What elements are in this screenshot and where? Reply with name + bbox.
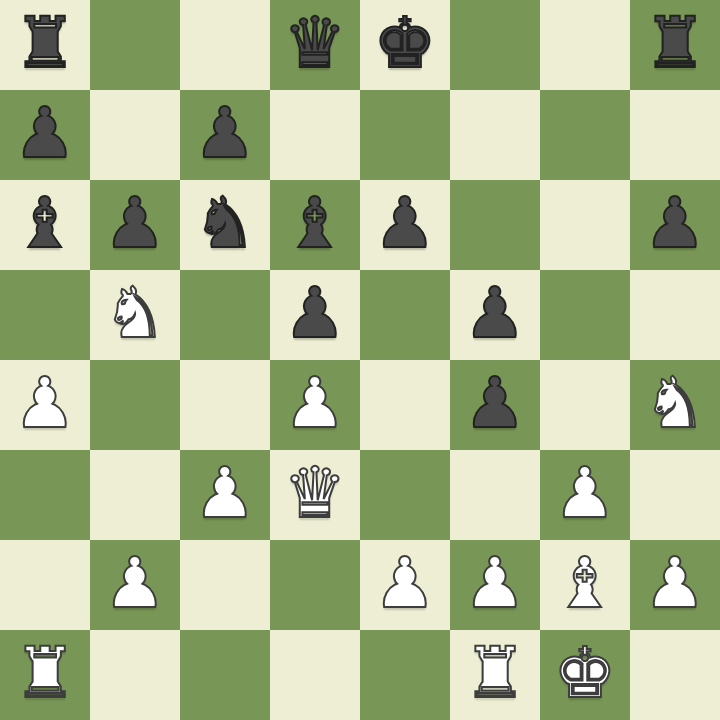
black-pawn-piece[interactable]: ♟ bbox=[374, 178, 437, 268]
square-a6[interactable]: ♝ bbox=[0, 180, 90, 270]
square-b8[interactable] bbox=[90, 0, 180, 90]
square-b2[interactable]: ♟ bbox=[90, 540, 180, 630]
black-rook-piece[interactable]: ♜ bbox=[14, 0, 77, 88]
square-e4[interactable] bbox=[360, 360, 450, 450]
square-e7[interactable] bbox=[360, 90, 450, 180]
white-rook-piece[interactable]: ♜ bbox=[14, 628, 77, 718]
square-g3[interactable]: ♟ bbox=[540, 450, 630, 540]
square-a3[interactable] bbox=[0, 450, 90, 540]
square-a7[interactable]: ♟ bbox=[0, 90, 90, 180]
white-pawn-piece[interactable]: ♟ bbox=[644, 538, 707, 628]
square-h6[interactable]: ♟ bbox=[630, 180, 720, 270]
square-a8[interactable]: ♜ bbox=[0, 0, 90, 90]
square-d6[interactable]: ♝ bbox=[270, 180, 360, 270]
square-c3[interactable]: ♟ bbox=[180, 450, 270, 540]
black-king-piece[interactable]: ♚ bbox=[374, 0, 437, 88]
square-b5[interactable]: ♞ bbox=[90, 270, 180, 360]
square-a4[interactable]: ♟ bbox=[0, 360, 90, 450]
chess-board[interactable]: ♜♛♚♜♟♟♝♟♞♝♟♟♞♟♟♟♟♟♞♟♛♟♟♟♟♝♟♜♜♚ bbox=[0, 0, 720, 720]
white-knight-piece[interactable]: ♞ bbox=[644, 358, 707, 448]
black-pawn-piece[interactable]: ♟ bbox=[464, 268, 527, 358]
square-b7[interactable] bbox=[90, 90, 180, 180]
square-c4[interactable] bbox=[180, 360, 270, 450]
square-d7[interactable] bbox=[270, 90, 360, 180]
black-pawn-piece[interactable]: ♟ bbox=[194, 88, 257, 178]
white-bishop-piece[interactable]: ♝ bbox=[554, 538, 617, 628]
square-e5[interactable] bbox=[360, 270, 450, 360]
square-b1[interactable] bbox=[90, 630, 180, 720]
white-queen-piece[interactable]: ♛ bbox=[284, 448, 347, 538]
square-d2[interactable] bbox=[270, 540, 360, 630]
square-f5[interactable]: ♟ bbox=[450, 270, 540, 360]
square-g6[interactable] bbox=[540, 180, 630, 270]
square-g5[interactable] bbox=[540, 270, 630, 360]
white-pawn-piece[interactable]: ♟ bbox=[464, 538, 527, 628]
white-pawn-piece[interactable]: ♟ bbox=[194, 448, 257, 538]
black-pawn-piece[interactable]: ♟ bbox=[284, 268, 347, 358]
square-h8[interactable]: ♜ bbox=[630, 0, 720, 90]
square-c1[interactable] bbox=[180, 630, 270, 720]
black-pawn-piece[interactable]: ♟ bbox=[14, 88, 77, 178]
square-g7[interactable] bbox=[540, 90, 630, 180]
black-pawn-piece[interactable]: ♟ bbox=[104, 178, 167, 268]
square-e1[interactable] bbox=[360, 630, 450, 720]
square-h3[interactable] bbox=[630, 450, 720, 540]
black-pawn-piece[interactable]: ♟ bbox=[644, 178, 707, 268]
square-d4[interactable]: ♟ bbox=[270, 360, 360, 450]
square-f3[interactable] bbox=[450, 450, 540, 540]
square-d8[interactable]: ♛ bbox=[270, 0, 360, 90]
square-e3[interactable] bbox=[360, 450, 450, 540]
white-pawn-piece[interactable]: ♟ bbox=[374, 538, 437, 628]
white-king-piece[interactable]: ♚ bbox=[554, 628, 617, 718]
square-g1[interactable]: ♚ bbox=[540, 630, 630, 720]
square-a2[interactable] bbox=[0, 540, 90, 630]
white-pawn-piece[interactable]: ♟ bbox=[14, 358, 77, 448]
black-queen-piece[interactable]: ♛ bbox=[284, 0, 347, 88]
square-f4[interactable]: ♟ bbox=[450, 360, 540, 450]
square-d1[interactable] bbox=[270, 630, 360, 720]
square-a1[interactable]: ♜ bbox=[0, 630, 90, 720]
white-pawn-piece[interactable]: ♟ bbox=[284, 358, 347, 448]
square-d5[interactable]: ♟ bbox=[270, 270, 360, 360]
square-f7[interactable] bbox=[450, 90, 540, 180]
square-c7[interactable]: ♟ bbox=[180, 90, 270, 180]
square-c5[interactable] bbox=[180, 270, 270, 360]
white-rook-piece[interactable]: ♜ bbox=[464, 628, 527, 718]
square-b3[interactable] bbox=[90, 450, 180, 540]
square-g2[interactable]: ♝ bbox=[540, 540, 630, 630]
square-c8[interactable] bbox=[180, 0, 270, 90]
square-f6[interactable] bbox=[450, 180, 540, 270]
square-g8[interactable] bbox=[540, 0, 630, 90]
square-f8[interactable] bbox=[450, 0, 540, 90]
white-pawn-piece[interactable]: ♟ bbox=[104, 538, 167, 628]
square-f1[interactable]: ♜ bbox=[450, 630, 540, 720]
square-c6[interactable]: ♞ bbox=[180, 180, 270, 270]
square-d3[interactable]: ♛ bbox=[270, 450, 360, 540]
black-knight-piece[interactable]: ♞ bbox=[194, 178, 257, 268]
black-bishop-piece[interactable]: ♝ bbox=[14, 178, 77, 268]
black-bishop-piece[interactable]: ♝ bbox=[284, 178, 347, 268]
white-pawn-piece[interactable]: ♟ bbox=[554, 448, 617, 538]
square-e6[interactable]: ♟ bbox=[360, 180, 450, 270]
square-g4[interactable] bbox=[540, 360, 630, 450]
square-h5[interactable] bbox=[630, 270, 720, 360]
square-h4[interactable]: ♞ bbox=[630, 360, 720, 450]
black-rook-piece[interactable]: ♜ bbox=[644, 0, 707, 88]
square-c2[interactable] bbox=[180, 540, 270, 630]
square-h2[interactable]: ♟ bbox=[630, 540, 720, 630]
black-pawn-piece[interactable]: ♟ bbox=[464, 358, 527, 448]
square-e2[interactable]: ♟ bbox=[360, 540, 450, 630]
square-e8[interactable]: ♚ bbox=[360, 0, 450, 90]
square-h1[interactable] bbox=[630, 630, 720, 720]
white-knight-piece[interactable]: ♞ bbox=[104, 268, 167, 358]
square-b4[interactable] bbox=[90, 360, 180, 450]
square-b6[interactable]: ♟ bbox=[90, 180, 180, 270]
square-h7[interactable] bbox=[630, 90, 720, 180]
square-a5[interactable] bbox=[0, 270, 90, 360]
square-f2[interactable]: ♟ bbox=[450, 540, 540, 630]
